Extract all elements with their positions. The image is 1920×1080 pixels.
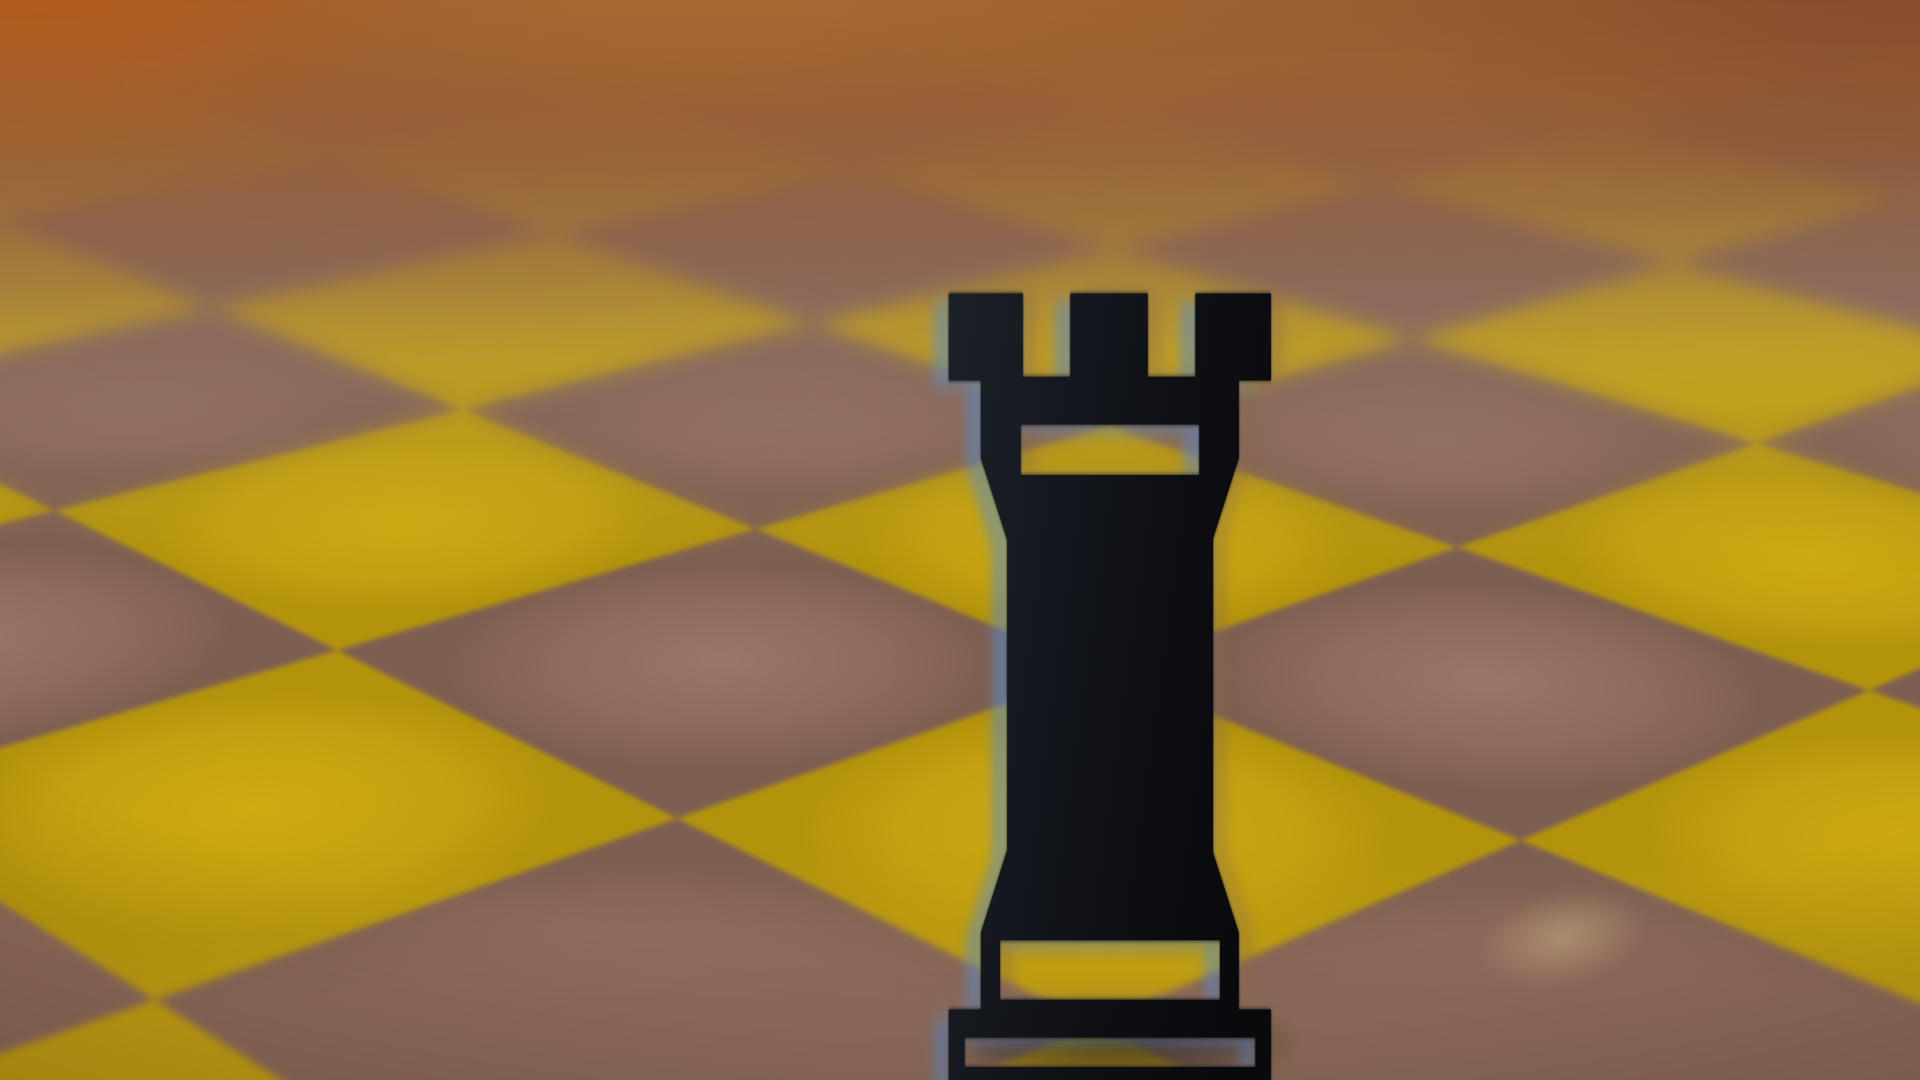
rook-shaded-front: ♜ <box>854 165 1367 1080</box>
photo-stage: ♜ ♜ ♜ ♜ <box>0 0 1920 1080</box>
